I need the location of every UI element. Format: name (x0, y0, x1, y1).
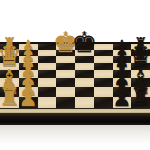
board-square: ♜ (131, 97, 150, 108)
board-square (38, 63, 57, 70)
board-row: ♞♟♟♞ (0, 87, 150, 97)
board-square: ♟ (113, 87, 132, 97)
board-square (94, 56, 113, 63)
board-square (75, 70, 94, 78)
board-square: ♟ (113, 78, 132, 87)
board-row: ♜♟♟♜ (0, 97, 150, 108)
board-square: ♟ (19, 97, 38, 108)
board-square: ♟ (113, 97, 132, 108)
board-square (56, 70, 75, 78)
board-square (75, 97, 94, 108)
board-square: ♟ (19, 56, 38, 63)
board-square (0, 70, 19, 78)
board-square: ♟ (19, 78, 38, 87)
board-square (75, 87, 94, 97)
board-square (75, 63, 94, 70)
table-surface (0, 125, 150, 150)
board-square: ♝ (0, 78, 19, 87)
board-square: ♛ (131, 63, 150, 70)
board-square: ♝ (131, 78, 150, 87)
board-square (131, 70, 150, 78)
board-square (56, 78, 75, 87)
board-square: ♟ (19, 63, 38, 70)
chess-board: ♜♟♟♜♞♟♚♚♟♞♝♟♟♝♛♟♟♛♟♟♝♟♟♝♞♟♟♞♜♟♟♜ (0, 42, 150, 108)
chess-set-photo: ♜♟♟♜♞♟♚♚♟♞♝♟♟♝♛♟♟♛♟♟♝♟♟♝♞♟♟♞♜♟♟♜ (0, 0, 150, 150)
board-square (38, 87, 57, 97)
board-row: ♝♟♟♝ (0, 56, 150, 63)
board-square (56, 56, 75, 63)
board-row: ♝♟♟♝ (0, 78, 150, 87)
board-square: ♟ (113, 70, 132, 78)
board-row: ♛♟♟♛ (0, 63, 150, 70)
board-square: ♞ (0, 87, 19, 97)
board-square (38, 78, 57, 87)
board-square (38, 97, 57, 108)
board-square (94, 70, 113, 78)
board-square: ♟ (113, 56, 132, 63)
board-square: ♜ (0, 97, 19, 108)
board-square (94, 87, 113, 97)
board-square: ♟ (19, 87, 38, 97)
board-square (75, 56, 94, 63)
board-square (94, 78, 113, 87)
board-square: ♟ (113, 63, 132, 70)
board-square: ♞ (131, 87, 150, 97)
board-square: ♟ (19, 70, 38, 78)
board-square: ♛ (0, 63, 19, 70)
board-square (94, 63, 113, 70)
board-square (94, 97, 113, 108)
board-row: ♟♟ (0, 70, 150, 78)
board-square (56, 63, 75, 70)
background (0, 0, 150, 44)
board-square (56, 97, 75, 108)
board-square (38, 70, 57, 78)
board-frame-edge (0, 113, 150, 125)
board-square (38, 56, 57, 63)
board-square: ♝ (131, 56, 150, 63)
board-square (75, 78, 94, 87)
board-square (56, 87, 75, 97)
board-square: ♝ (0, 56, 19, 63)
